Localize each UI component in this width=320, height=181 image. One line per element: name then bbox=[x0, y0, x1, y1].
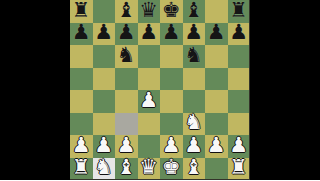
square-f2[interactable]: ♟ bbox=[183, 135, 206, 158]
square-d1[interactable]: ♛ bbox=[138, 158, 161, 181]
square-h6[interactable] bbox=[228, 45, 251, 68]
piece-white-pawn[interactable]: ♟ bbox=[72, 135, 91, 156]
letterbox-left bbox=[0, 0, 70, 180]
piece-black-pawn[interactable]: ♟ bbox=[94, 22, 113, 43]
piece-black-pawn[interactable]: ♟ bbox=[207, 22, 226, 43]
piece-white-rook[interactable]: ♜ bbox=[229, 157, 248, 178]
square-f8[interactable]: ♝ bbox=[183, 0, 206, 23]
square-e4[interactable] bbox=[160, 90, 183, 113]
square-h4[interactable] bbox=[228, 90, 251, 113]
square-g1[interactable] bbox=[205, 158, 228, 181]
square-b5[interactable] bbox=[93, 68, 116, 91]
square-a5[interactable] bbox=[70, 68, 93, 91]
square-f5[interactable] bbox=[183, 68, 206, 91]
piece-white-queen[interactable]: ♛ bbox=[139, 157, 158, 178]
piece-white-pawn[interactable]: ♟ bbox=[162, 135, 181, 156]
square-f4[interactable] bbox=[183, 90, 206, 113]
square-a4[interactable] bbox=[70, 90, 93, 113]
piece-black-pawn[interactable]: ♟ bbox=[139, 22, 158, 43]
square-a1[interactable]: ♜ bbox=[70, 158, 93, 181]
square-c4[interactable] bbox=[115, 90, 138, 113]
piece-white-pawn[interactable]: ♟ bbox=[229, 135, 248, 156]
piece-white-bishop[interactable]: ♝ bbox=[117, 157, 136, 178]
square-g2[interactable]: ♟ bbox=[205, 135, 228, 158]
square-c1[interactable]: ♝ bbox=[115, 158, 138, 181]
piece-white-bishop[interactable]: ♝ bbox=[184, 157, 203, 178]
piece-black-pawn[interactable]: ♟ bbox=[229, 22, 248, 43]
square-g6[interactable] bbox=[205, 45, 228, 68]
square-f7[interactable]: ♟ bbox=[183, 23, 206, 46]
piece-white-pawn[interactable]: ♟ bbox=[117, 135, 136, 156]
piece-black-pawn[interactable]: ♟ bbox=[184, 22, 203, 43]
piece-black-queen[interactable]: ♛ bbox=[139, 0, 158, 21]
square-g7[interactable]: ♟ bbox=[205, 23, 228, 46]
square-d8[interactable]: ♛ bbox=[138, 0, 161, 23]
square-e5[interactable] bbox=[160, 68, 183, 91]
square-b2[interactable]: ♟ bbox=[93, 135, 116, 158]
square-d7[interactable]: ♟ bbox=[138, 23, 161, 46]
square-d2[interactable] bbox=[138, 135, 161, 158]
piece-white-pawn[interactable]: ♟ bbox=[94, 135, 113, 156]
square-b7[interactable]: ♟ bbox=[93, 23, 116, 46]
square-b4[interactable] bbox=[93, 90, 116, 113]
square-h5[interactable] bbox=[228, 68, 251, 91]
piece-white-pawn[interactable]: ♟ bbox=[207, 135, 226, 156]
square-e1[interactable]: ♚ bbox=[160, 158, 183, 181]
square-d5[interactable] bbox=[138, 68, 161, 91]
square-e6[interactable] bbox=[160, 45, 183, 68]
square-c7[interactable]: ♟ bbox=[115, 23, 138, 46]
square-b8[interactable] bbox=[93, 0, 116, 23]
square-h1[interactable]: ♜ bbox=[228, 158, 251, 181]
piece-white-knight[interactable]: ♞ bbox=[94, 157, 113, 178]
square-g5[interactable] bbox=[205, 68, 228, 91]
piece-black-knight[interactable]: ♞ bbox=[184, 45, 203, 66]
square-c6[interactable]: ♞ bbox=[115, 45, 138, 68]
piece-white-king[interactable]: ♚ bbox=[162, 157, 181, 178]
piece-white-pawn[interactable]: ♟ bbox=[184, 135, 203, 156]
piece-black-bishop[interactable]: ♝ bbox=[184, 0, 203, 21]
square-g8[interactable] bbox=[205, 0, 228, 23]
square-c3[interactable] bbox=[115, 113, 138, 136]
square-e3[interactable] bbox=[160, 113, 183, 136]
square-f1[interactable]: ♝ bbox=[183, 158, 206, 181]
piece-white-pawn[interactable]: ♟ bbox=[139, 90, 158, 111]
chess-board: ♜♝♛♚♝♜♟♟♟♟♟♟♟♟♞♞♟♞♟♟♟♟♟♟♟♜♞♝♛♚♝♜ bbox=[70, 0, 250, 180]
piece-black-pawn[interactable]: ♟ bbox=[72, 22, 91, 43]
square-e8[interactable]: ♚ bbox=[160, 0, 183, 23]
square-e2[interactable]: ♟ bbox=[160, 135, 183, 158]
square-g4[interactable] bbox=[205, 90, 228, 113]
square-e7[interactable]: ♟ bbox=[160, 23, 183, 46]
square-h7[interactable]: ♟ bbox=[228, 23, 251, 46]
piece-black-knight[interactable]: ♞ bbox=[117, 45, 136, 66]
piece-white-knight[interactable]: ♞ bbox=[184, 112, 203, 133]
chess-app-screen: ♜♝♛♚♝♜♟♟♟♟♟♟♟♟♞♞♟♞♟♟♟♟♟♟♟♜♞♝♛♚♝♜ bbox=[0, 0, 320, 180]
piece-black-king[interactable]: ♚ bbox=[162, 0, 181, 21]
square-b6[interactable] bbox=[93, 45, 116, 68]
square-b1[interactable]: ♞ bbox=[93, 158, 116, 181]
square-a2[interactable]: ♟ bbox=[70, 135, 93, 158]
square-a8[interactable]: ♜ bbox=[70, 0, 93, 23]
piece-black-bishop[interactable]: ♝ bbox=[117, 0, 136, 21]
letterbox-right bbox=[250, 0, 320, 180]
piece-white-rook[interactable]: ♜ bbox=[72, 157, 91, 178]
square-h2[interactable]: ♟ bbox=[228, 135, 251, 158]
square-d4[interactable]: ♟ bbox=[138, 90, 161, 113]
piece-black-pawn[interactable]: ♟ bbox=[117, 22, 136, 43]
square-f3[interactable]: ♞ bbox=[183, 113, 206, 136]
square-d3[interactable] bbox=[138, 113, 161, 136]
piece-black-pawn[interactable]: ♟ bbox=[162, 22, 181, 43]
piece-black-rook[interactable]: ♜ bbox=[229, 0, 248, 21]
square-f6[interactable]: ♞ bbox=[183, 45, 206, 68]
square-a3[interactable] bbox=[70, 113, 93, 136]
square-h8[interactable]: ♜ bbox=[228, 0, 251, 23]
square-a6[interactable] bbox=[70, 45, 93, 68]
square-c8[interactable]: ♝ bbox=[115, 0, 138, 23]
square-c2[interactable]: ♟ bbox=[115, 135, 138, 158]
square-a7[interactable]: ♟ bbox=[70, 23, 93, 46]
square-h3[interactable] bbox=[228, 113, 251, 136]
square-d6[interactable] bbox=[138, 45, 161, 68]
square-b3[interactable] bbox=[93, 113, 116, 136]
square-g3[interactable] bbox=[205, 113, 228, 136]
square-c5[interactable] bbox=[115, 68, 138, 91]
piece-black-rook[interactable]: ♜ bbox=[72, 0, 91, 21]
